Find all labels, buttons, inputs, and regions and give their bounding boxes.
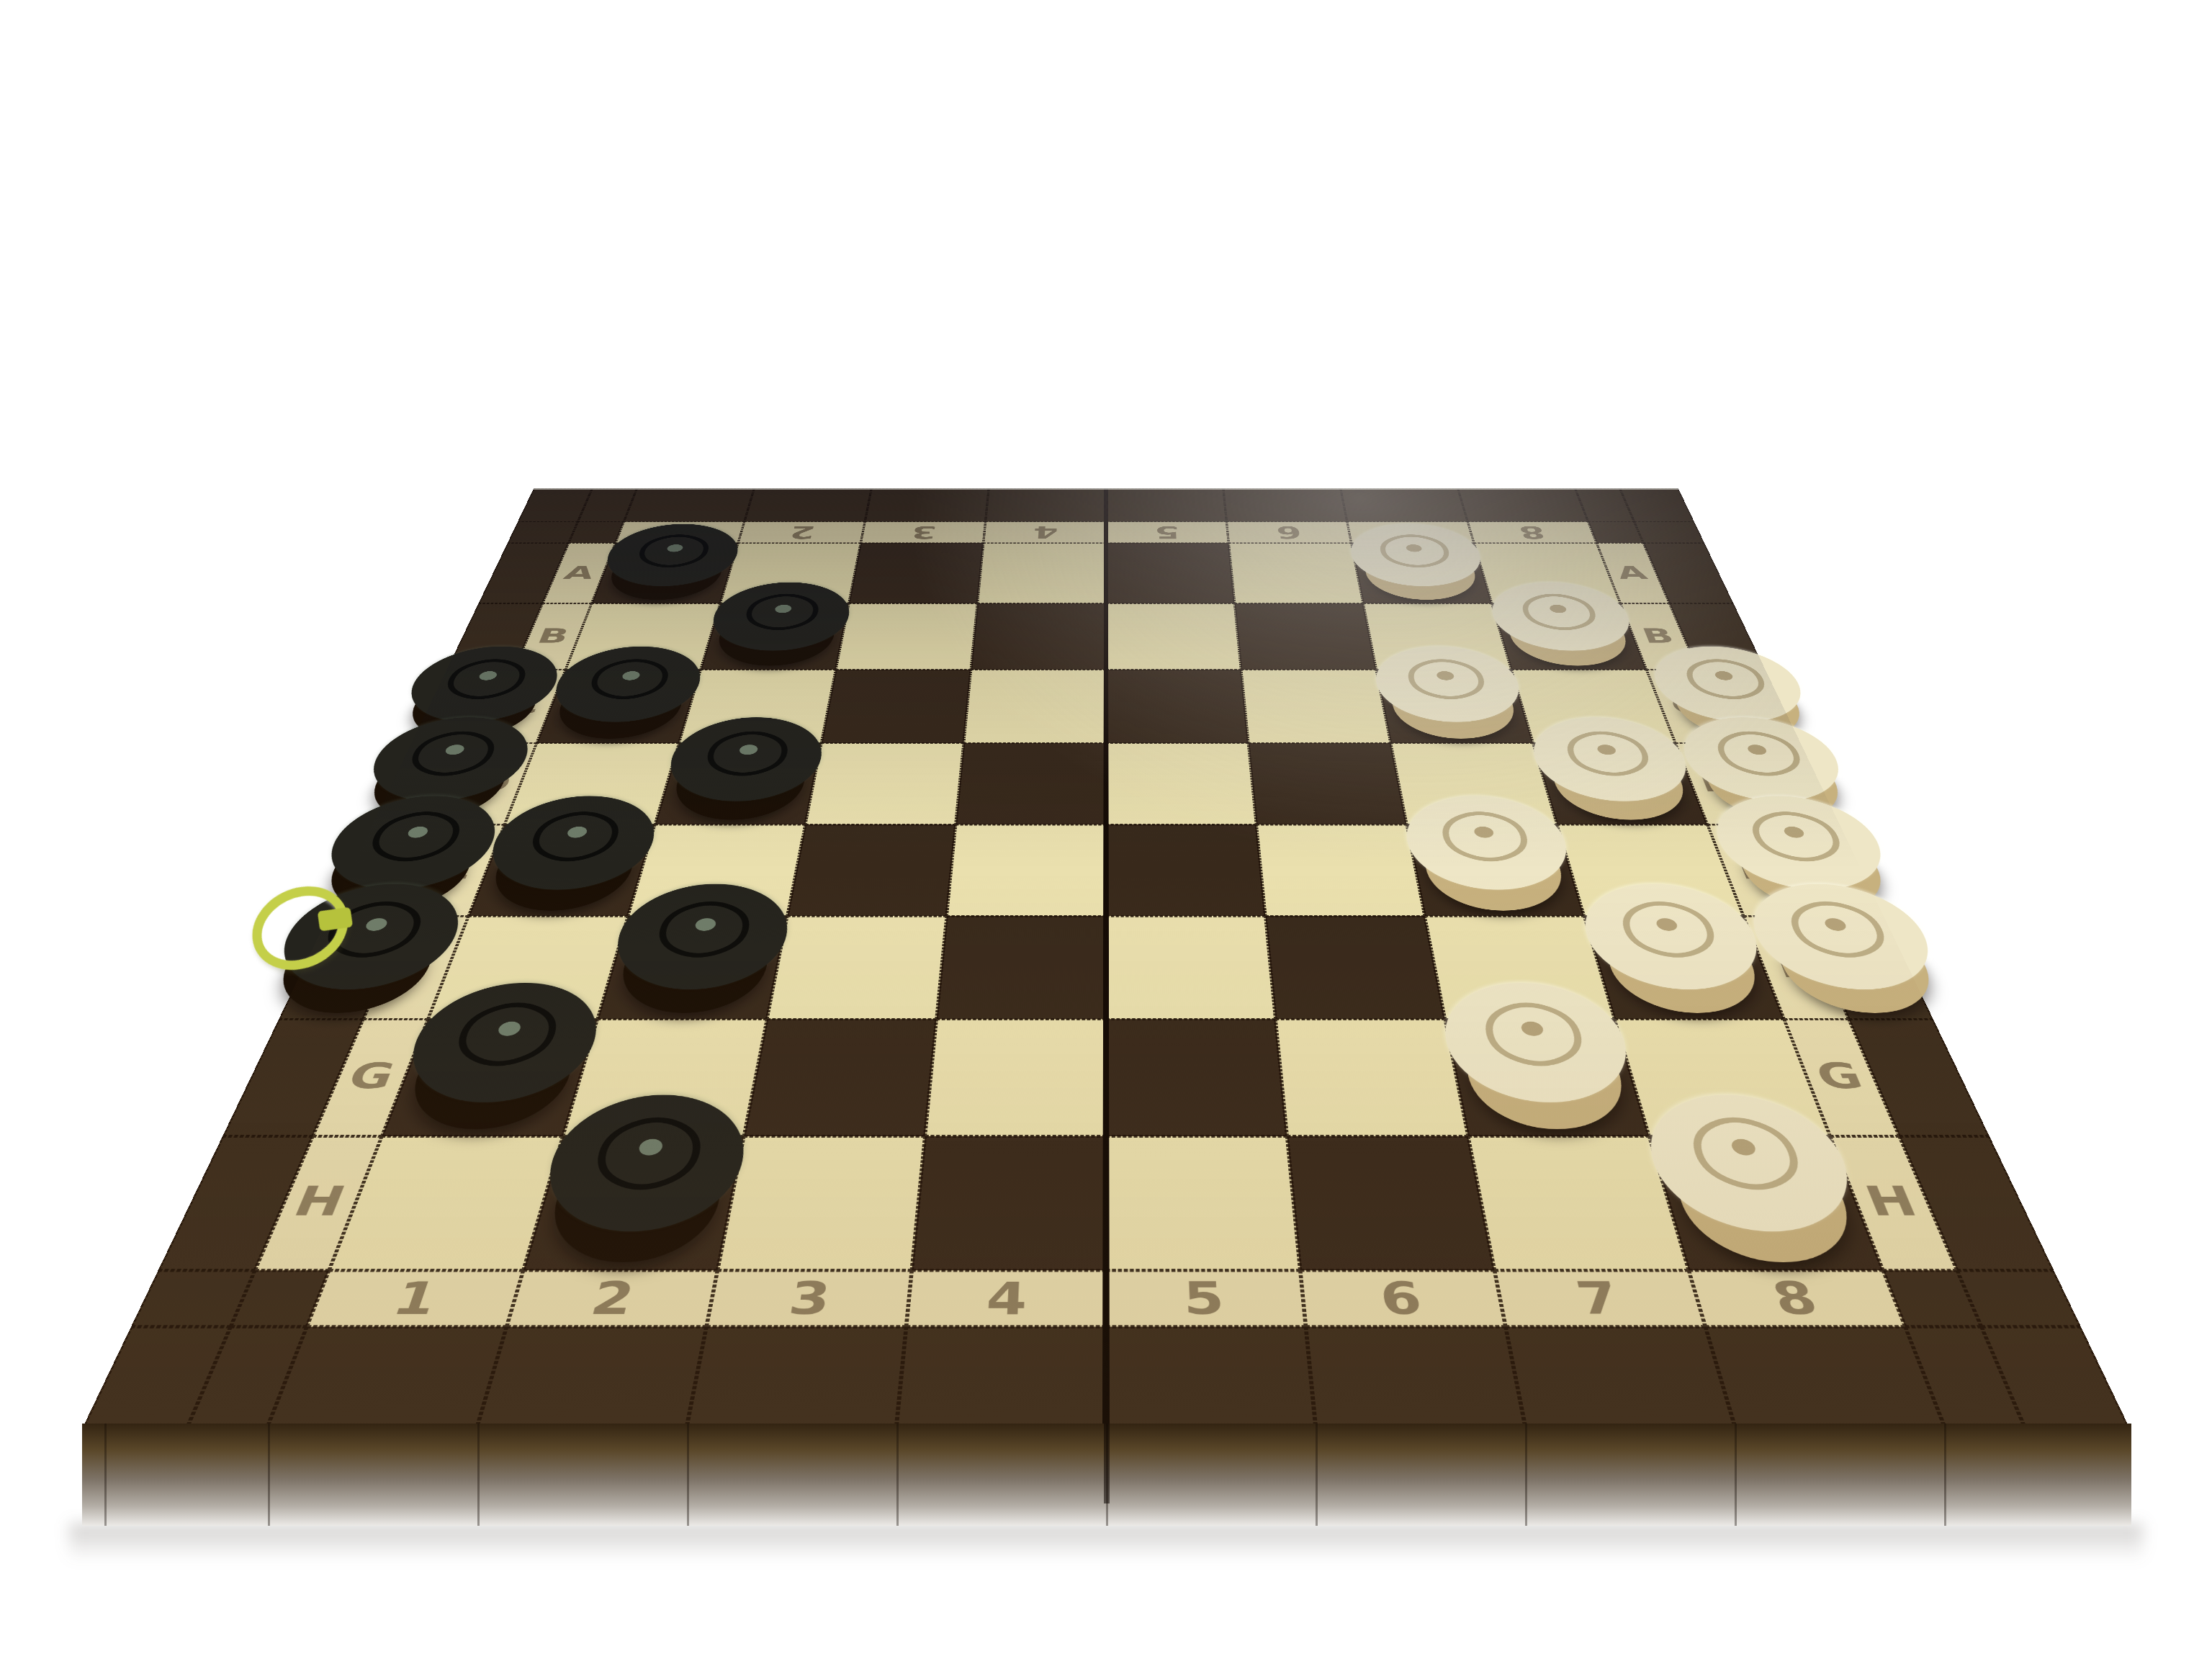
label-bottom-8: 8	[1689, 1270, 1905, 1326]
square-A5	[1106, 543, 1235, 603]
white-checker-border-right-F: ●○●	[1743, 878, 1955, 1016]
label-bottom-1: 1	[307, 1270, 523, 1326]
board-front-fold-seam	[1104, 1424, 1110, 1503]
square-H5	[1106, 1136, 1300, 1270]
bottom-coordinate-label: 5	[1108, 1272, 1304, 1325]
border-cell	[1106, 1327, 1316, 1426]
square-D5	[1106, 743, 1256, 824]
perspective-scene: 12345678AABBCCDDEEFFGGHH12345678 ●○●●○●●…	[84, 0, 2128, 1426]
label-bottom-6: 6	[1300, 1270, 1506, 1326]
square-C3	[822, 670, 971, 743]
square-H6	[1287, 1136, 1494, 1270]
square-E3	[787, 824, 956, 916]
bottom-coordinate-label: 2	[509, 1272, 715, 1325]
label-top-6: 6	[1226, 522, 1351, 544]
label-bottom-3: 3	[706, 1270, 912, 1326]
square-C4	[963, 670, 1106, 743]
checker-center-dot: ●	[1444, 981, 1624, 1075]
square-B4	[971, 603, 1106, 670]
checker-center-dot: ●	[1377, 645, 1516, 704]
checker-center-dot: ●	[620, 883, 788, 966]
white-checker-C7: ●○●	[1376, 642, 1527, 741]
white-checker-A7: ●○●	[1352, 521, 1486, 602]
border-cell	[1223, 488, 1347, 521]
bottom-coordinate-label: 4	[909, 1272, 1105, 1325]
photo-stage: 12345678AABBCCDDEEFFGGHH12345678 ●○●●○●●…	[0, 0, 2212, 1659]
border-cell	[1506, 1327, 1735, 1426]
border-cell	[477, 1327, 706, 1426]
border-cell	[1106, 488, 1226, 521]
label-bottom-4: 4	[907, 1270, 1106, 1326]
label-top-3: 3	[860, 522, 985, 544]
border-cell	[508, 522, 578, 544]
label-bottom-5: 5	[1106, 1270, 1305, 1326]
border-cell	[896, 1327, 1106, 1426]
elastic-band-tail	[318, 907, 353, 931]
bottom-coordinate-label: 3	[709, 1272, 909, 1325]
black-checker-B2: ●○●	[706, 578, 848, 667]
border-cell	[986, 488, 1106, 521]
square-C5	[1106, 670, 1249, 743]
square-G4	[925, 1019, 1106, 1136]
square-G3	[744, 1019, 936, 1136]
border-cell	[1705, 1327, 1944, 1426]
top-coordinate-label: 8	[1469, 522, 1595, 542]
far-edge-highlight	[533, 488, 1678, 490]
square-F4	[937, 916, 1106, 1019]
border-cell	[268, 1327, 507, 1426]
checker-center-dot: ●	[716, 582, 848, 636]
square-B6	[1235, 603, 1377, 670]
top-coordinate-label: 3	[862, 522, 984, 542]
bottom-coordinate-label: 7	[1497, 1272, 1703, 1325]
checkers-board: 12345678AABBCCDDEEFFGGHH12345678 ●○●●○●●…	[84, 488, 2128, 1426]
top-coordinate-label: 6	[1228, 522, 1350, 542]
bottom-coordinate-label: 6	[1303, 1272, 1503, 1325]
black-checker-H2: ●○●	[532, 1087, 747, 1267]
top-coordinate-label: 2	[739, 522, 863, 542]
square-D4	[956, 743, 1106, 824]
checker-center-dot: ●	[673, 716, 821, 782]
board-front-edge	[82, 1424, 2131, 1526]
label-bottom-2: 2	[507, 1270, 718, 1326]
border-cell	[865, 488, 989, 521]
checker-center-dot: ●	[1407, 795, 1564, 868]
label-top-2: 2	[738, 522, 865, 544]
floor-shadow	[69, 1524, 2143, 1561]
top-coordinate-label: 4	[984, 522, 1105, 542]
square-B5	[1106, 603, 1241, 670]
square-A3	[849, 543, 984, 603]
checker-center-dot: ●	[552, 1093, 745, 1200]
bottom-coordinate-label: 8	[1691, 1272, 1902, 1325]
top-coordinate-label: 5	[1107, 522, 1228, 542]
square-A4	[977, 543, 1106, 603]
border-cell	[745, 488, 872, 521]
square-G5	[1106, 1019, 1287, 1136]
black-checker-D2: ●○●	[662, 713, 822, 822]
bottom-coordinate-label: 1	[310, 1272, 521, 1325]
square-H4	[912, 1136, 1106, 1270]
border-cell	[1305, 1327, 1525, 1426]
square-E4	[947, 824, 1106, 916]
checker-center-dot: ●	[1352, 523, 1478, 572]
square-D6	[1249, 743, 1407, 824]
square-E5	[1106, 824, 1265, 916]
label-top-8: 8	[1467, 522, 1596, 544]
label-bottom-7: 7	[1495, 1270, 1706, 1326]
border-cell	[1635, 522, 1705, 544]
label-top-4: 4	[984, 522, 1106, 544]
square-F6	[1265, 916, 1445, 1019]
border-cell	[687, 1327, 907, 1426]
square-F5	[1106, 916, 1275, 1019]
label-top-5: 5	[1106, 522, 1228, 544]
